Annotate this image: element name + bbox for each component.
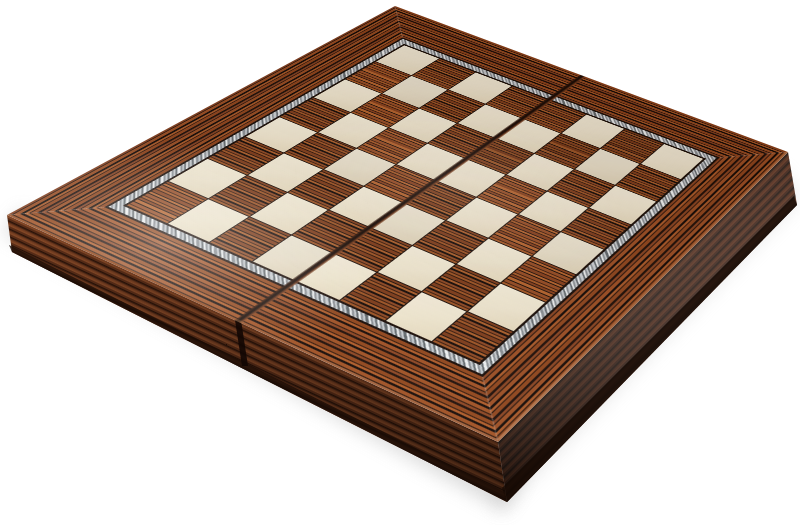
product-photo xyxy=(0,0,800,525)
